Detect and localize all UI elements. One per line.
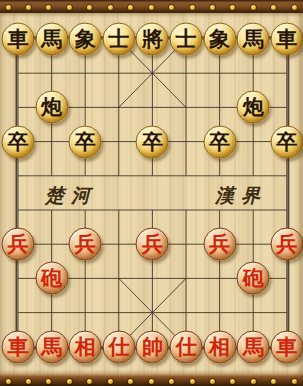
piece-black-cannon[interactable]: 炮 bbox=[237, 91, 270, 124]
piece-character: 仕 bbox=[108, 330, 129, 363]
piece-black-elephant[interactable]: 象 bbox=[69, 23, 102, 56]
piece-character: 馬 bbox=[243, 23, 264, 56]
piece-character: 兵 bbox=[8, 228, 29, 261]
piece-red-soldier[interactable]: 兵 bbox=[2, 228, 35, 261]
piece-black-soldier[interactable]: 卒 bbox=[2, 125, 35, 158]
piece-character: 象 bbox=[209, 23, 230, 56]
piece-red-soldier[interactable]: 兵 bbox=[69, 228, 102, 261]
piece-black-soldier[interactable]: 卒 bbox=[203, 125, 236, 158]
piece-character: 卒 bbox=[276, 125, 297, 158]
piece-character: 馬 bbox=[41, 23, 62, 56]
piece-character: 兵 bbox=[75, 228, 96, 261]
piece-black-soldier[interactable]: 卒 bbox=[270, 125, 303, 158]
piece-red-cannon[interactable]: 砲 bbox=[237, 262, 270, 295]
piece-red-advisor[interactable]: 仕 bbox=[102, 330, 135, 363]
piece-black-horse[interactable]: 馬 bbox=[35, 23, 68, 56]
piece-character: 帥 bbox=[142, 330, 163, 363]
piece-character: 卒 bbox=[142, 125, 163, 158]
piece-red-chariot[interactable]: 車 bbox=[270, 330, 303, 363]
piece-character: 車 bbox=[276, 330, 297, 363]
piece-black-chariot[interactable]: 車 bbox=[270, 23, 303, 56]
piece-black-advisor[interactable]: 士 bbox=[102, 23, 135, 56]
xiangqi-board: 楚河 漢界 車馬象士將士象馬車炮炮卒卒卒卒卒兵兵兵兵兵砲砲車馬相仕帥仕相馬車 bbox=[0, 0, 303, 386]
piece-character: 車 bbox=[8, 23, 29, 56]
piece-character: 炮 bbox=[243, 91, 264, 124]
piece-character: 仕 bbox=[176, 330, 197, 363]
piece-character: 士 bbox=[176, 23, 197, 56]
piece-red-soldier[interactable]: 兵 bbox=[136, 228, 169, 261]
piece-black-general[interactable]: 將 bbox=[136, 23, 169, 56]
piece-character: 兵 bbox=[142, 228, 163, 261]
piece-black-elephant[interactable]: 象 bbox=[203, 23, 236, 56]
piece-black-advisor[interactable]: 士 bbox=[170, 23, 203, 56]
piece-character: 馬 bbox=[243, 330, 264, 363]
piece-character: 相 bbox=[209, 330, 230, 363]
piece-character: 將 bbox=[142, 23, 163, 56]
piece-black-soldier[interactable]: 卒 bbox=[136, 125, 169, 158]
piece-character: 車 bbox=[276, 23, 297, 56]
piece-character: 兵 bbox=[276, 228, 297, 261]
piece-character: 砲 bbox=[41, 262, 62, 295]
piece-character: 炮 bbox=[41, 91, 62, 124]
piece-character: 車 bbox=[8, 330, 29, 363]
piece-black-soldier[interactable]: 卒 bbox=[69, 125, 102, 158]
pieces-layer: 車馬象士將士象馬車炮炮卒卒卒卒卒兵兵兵兵兵砲砲車馬相仕帥仕相馬車 bbox=[0, 0, 303, 386]
board-surface[interactable]: 楚河 漢界 車馬象士將士象馬車炮炮卒卒卒卒卒兵兵兵兵兵砲砲車馬相仕帥仕相馬車 bbox=[0, 0, 303, 386]
piece-red-horse[interactable]: 馬 bbox=[237, 330, 270, 363]
piece-red-general[interactable]: 帥 bbox=[136, 330, 169, 363]
piece-character: 象 bbox=[75, 23, 96, 56]
piece-character: 卒 bbox=[75, 125, 96, 158]
piece-red-soldier[interactable]: 兵 bbox=[270, 228, 303, 261]
piece-black-chariot[interactable]: 車 bbox=[2, 23, 35, 56]
piece-character: 卒 bbox=[8, 125, 29, 158]
piece-red-horse[interactable]: 馬 bbox=[35, 330, 68, 363]
piece-character: 兵 bbox=[209, 228, 230, 261]
piece-black-horse[interactable]: 馬 bbox=[237, 23, 270, 56]
piece-character: 砲 bbox=[243, 262, 264, 295]
piece-red-elephant[interactable]: 相 bbox=[69, 330, 102, 363]
piece-red-chariot[interactable]: 車 bbox=[2, 330, 35, 363]
piece-character: 相 bbox=[75, 330, 96, 363]
piece-red-elephant[interactable]: 相 bbox=[203, 330, 236, 363]
piece-red-soldier[interactable]: 兵 bbox=[203, 228, 236, 261]
piece-red-cannon[interactable]: 砲 bbox=[35, 262, 68, 295]
piece-character: 馬 bbox=[41, 330, 62, 363]
piece-red-advisor[interactable]: 仕 bbox=[170, 330, 203, 363]
piece-black-cannon[interactable]: 炮 bbox=[35, 91, 68, 124]
piece-character: 卒 bbox=[209, 125, 230, 158]
piece-character: 士 bbox=[108, 23, 129, 56]
